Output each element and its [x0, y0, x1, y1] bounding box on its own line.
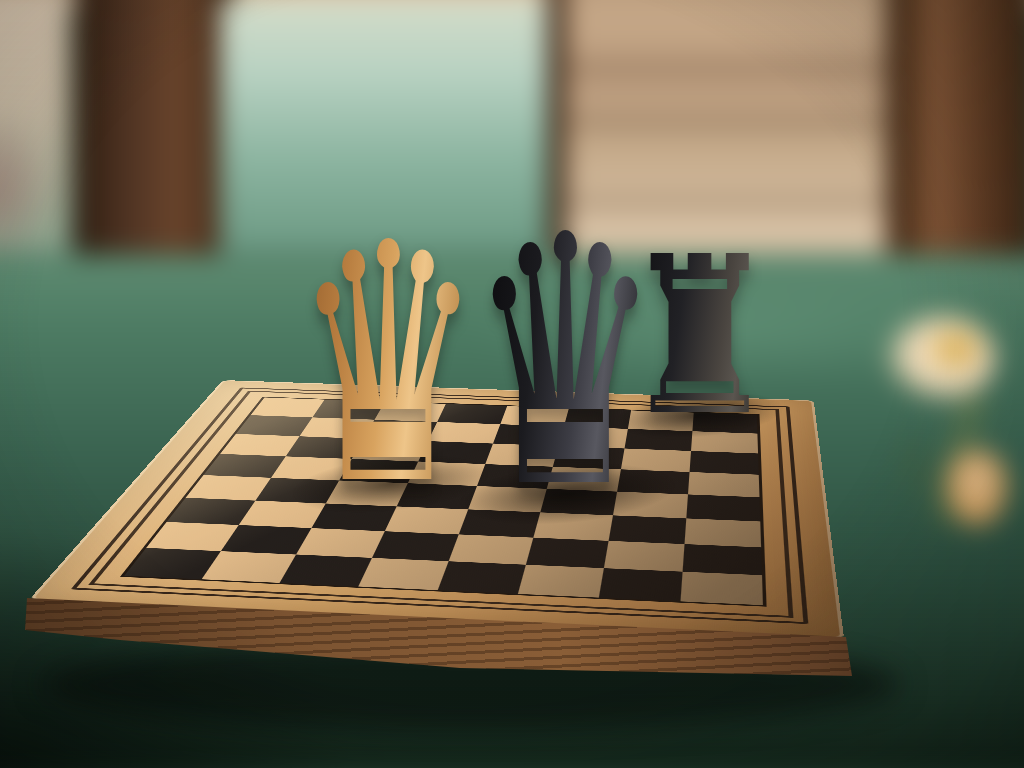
white-queen-piece[interactable]: ♛	[279, 200, 497, 530]
board-cast-shadow	[40, 640, 900, 730]
